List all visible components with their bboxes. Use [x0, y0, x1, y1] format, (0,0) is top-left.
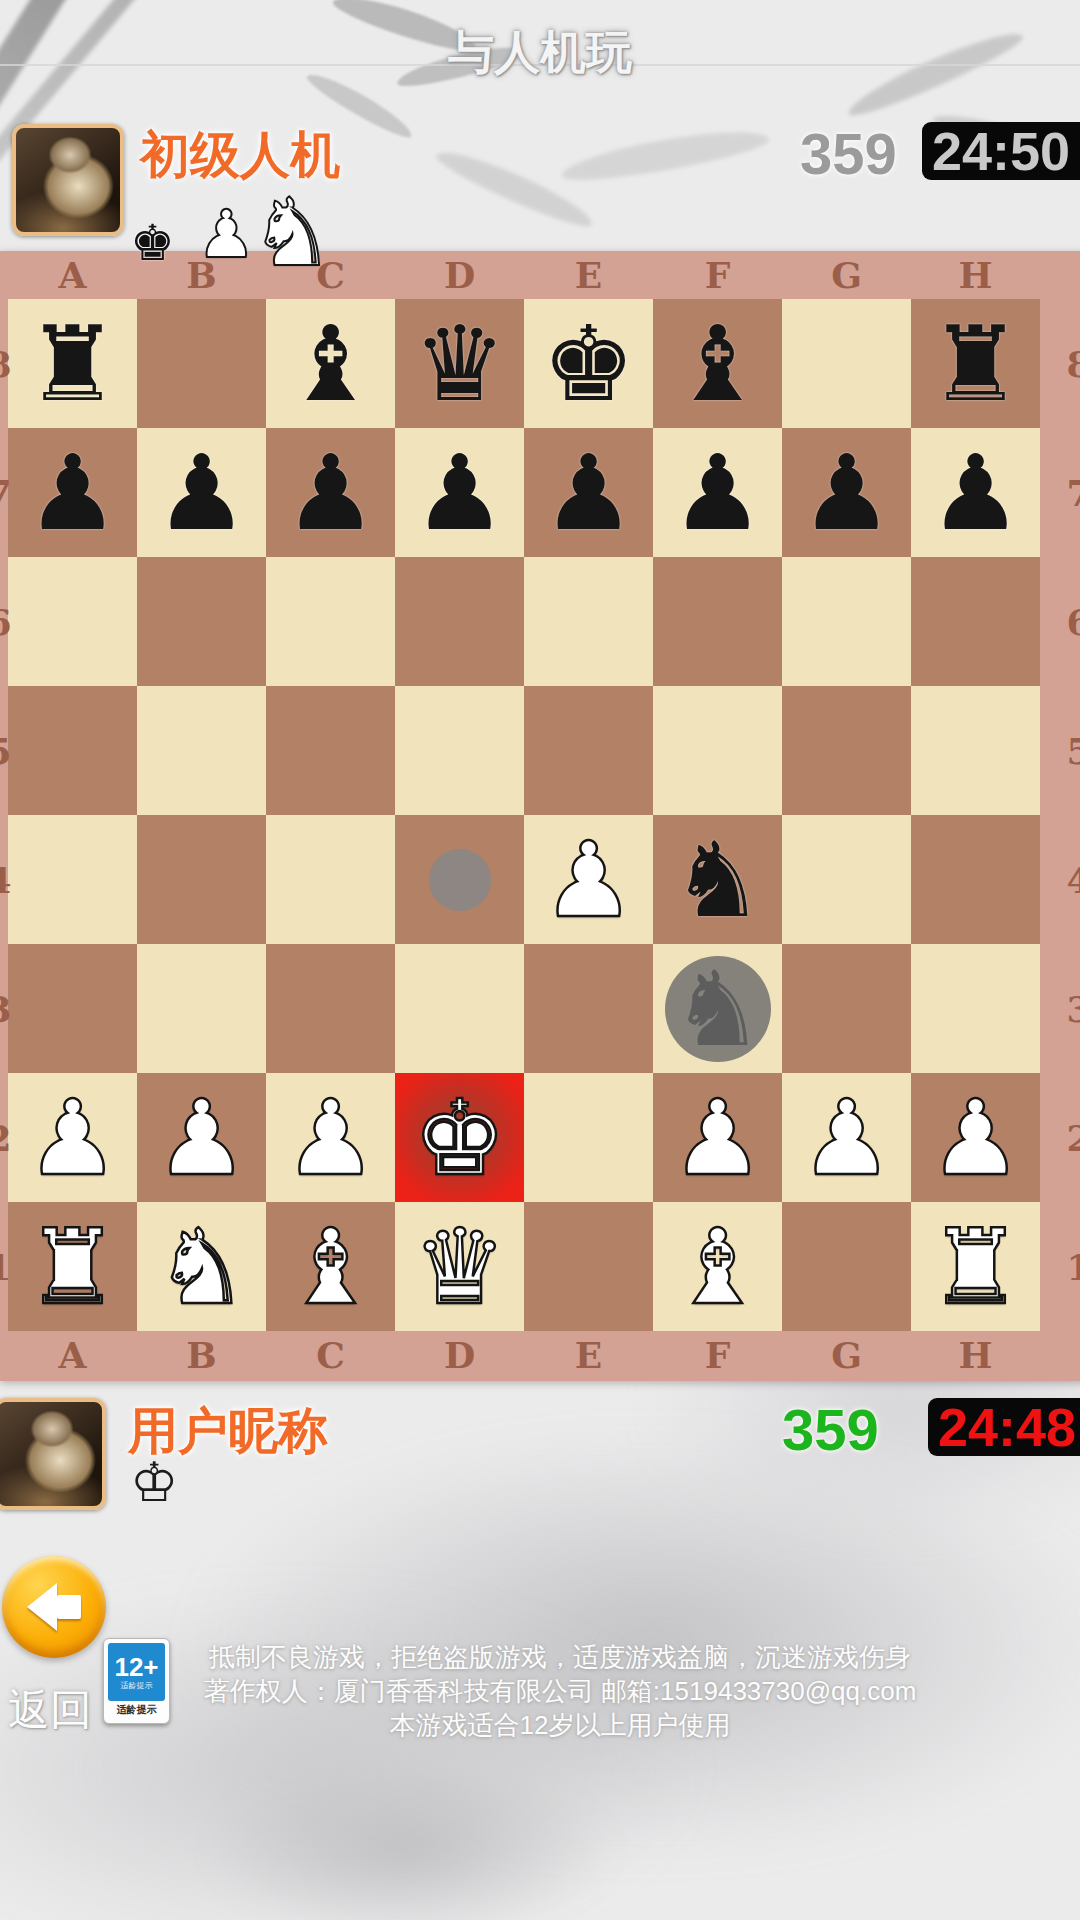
back-button[interactable] [2, 1556, 106, 1658]
square-a7[interactable]: ♟ [8, 428, 137, 557]
square-f7[interactable]: ♟ [653, 428, 782, 557]
black-pawn-piece: ♟ [542, 441, 635, 545]
square-a8[interactable]: ♜ [8, 299, 137, 428]
user-clock: 24:48 [928, 1398, 1080, 1456]
white-knight-piece: ♞ [155, 1215, 248, 1319]
square-b4[interactable] [137, 815, 266, 944]
square-c2[interactable]: ♟ [266, 1073, 395, 1202]
file-label-a: A [8, 1333, 137, 1377]
square-f3[interactable]: ♞ [653, 944, 782, 1073]
white-queen-piece: ♛ [413, 1215, 506, 1319]
rank-label-1: 1 [0, 1202, 14, 1331]
bamboo-leaf-decoration [559, 122, 771, 188]
square-e8[interactable]: ♚ [524, 299, 653, 428]
square-b1[interactable]: ♞ [137, 1202, 266, 1331]
white-pawn-piece: ♟ [929, 1086, 1022, 1190]
square-b2[interactable]: ♟ [137, 1073, 266, 1202]
square-g6[interactable] [782, 557, 911, 686]
black-bishop-piece: ♝ [671, 312, 764, 416]
opponent-score: 359 [800, 120, 897, 187]
white-pawn-piece: ♟ [800, 1086, 893, 1190]
chess-board: ABCDEFGH ♜♝♛♚♝♜♟♟♟♟♟♟♟♟♟♞♞♟♟♟♚♟♟♟♜♞♝♛♝♜ … [0, 251, 1080, 1381]
rank-label-3: 3 [1064, 944, 1080, 1073]
move-origin-dot [429, 849, 491, 911]
footer-disclaimer: 抵制不良游戏，拒绝盗版游戏，适度游戏益脑，沉迷游戏伤身 著作权人：厦门香香科技有… [40, 1640, 1080, 1742]
rank-labels-left: 87654321 [0, 299, 14, 1331]
file-label-a: A [8, 253, 137, 297]
white-pawn-piece: ♟ [26, 1086, 119, 1190]
square-c6[interactable] [266, 557, 395, 686]
white-rook-piece: ♜ [26, 1215, 119, 1319]
square-f8[interactable]: ♝ [653, 299, 782, 428]
square-g3[interactable] [782, 944, 911, 1073]
black-pawn-piece: ♟ [671, 441, 764, 545]
user-avatar [0, 1398, 106, 1510]
square-h6[interactable] [911, 557, 1040, 686]
age-rating-badge: 12+ 适龄提示 适龄提示 [103, 1638, 170, 1724]
file-labels-bottom: ABCDEFGH [8, 1333, 1040, 1377]
rank-label-1: 1 [1064, 1202, 1080, 1331]
square-d3[interactable] [395, 944, 524, 1073]
black-pawn-piece: ♟ [26, 441, 119, 545]
square-h5[interactable] [911, 686, 1040, 815]
rank-label-4: 4 [0, 815, 14, 944]
footer-line: 抵制不良游戏，拒绝盗版游戏，适度游戏益脑，沉迷游戏伤身 [40, 1640, 1080, 1674]
black-queen-piece: ♛ [413, 312, 506, 416]
square-h1[interactable]: ♜ [911, 1202, 1040, 1331]
white-pawn-piece: ♟ [284, 1086, 377, 1190]
square-g7[interactable]: ♟ [782, 428, 911, 557]
square-b7[interactable]: ♟ [137, 428, 266, 557]
rank-label-5: 5 [1064, 686, 1080, 815]
square-h8[interactable]: ♜ [911, 299, 1040, 428]
square-a1[interactable]: ♜ [8, 1202, 137, 1331]
bamboo-leaf-decoration [432, 142, 598, 235]
square-c3[interactable] [266, 944, 395, 1073]
square-a6[interactable] [8, 557, 137, 686]
captured-white-pawn-icon: ♟ [197, 202, 256, 268]
back-arrow-icon [27, 1583, 81, 1631]
square-c8[interactable]: ♝ [266, 299, 395, 428]
age-rating-icon: 12+ 适龄提示 [108, 1643, 165, 1701]
square-c7[interactable]: ♟ [266, 428, 395, 557]
black-king-side-icon: ♚ [130, 218, 175, 268]
square-e1[interactable] [524, 1202, 653, 1331]
rank-label-8: 8 [0, 299, 14, 428]
rank-label-6: 6 [0, 557, 14, 686]
white-king-piece: ♚ [413, 1086, 506, 1190]
square-a5[interactable] [8, 686, 137, 815]
bamboo-wash-decoration [200, 1760, 620, 1920]
black-rook-piece: ♜ [929, 312, 1022, 416]
file-label-d: D [395, 253, 524, 297]
square-d5[interactable] [395, 686, 524, 815]
square-a4[interactable] [8, 815, 137, 944]
square-a2[interactable]: ♟ [8, 1073, 137, 1202]
square-g2[interactable]: ♟ [782, 1073, 911, 1202]
black-pawn-piece: ♟ [155, 441, 248, 545]
black-rook-piece: ♜ [26, 312, 119, 416]
black-king-piece: ♚ [542, 312, 635, 416]
file-label-e: E [524, 253, 653, 297]
square-h4[interactable] [911, 815, 1040, 944]
white-king-side-icon: ♔ [130, 1456, 178, 1510]
white-pawn-piece: ♟ [542, 828, 635, 932]
square-h7[interactable]: ♟ [911, 428, 1040, 557]
back-button-label: 返回 [8, 1682, 92, 1738]
square-g8[interactable] [782, 299, 911, 428]
rank-label-7: 7 [0, 428, 14, 557]
square-c4[interactable] [266, 815, 395, 944]
opponent-avatar [12, 124, 124, 236]
black-knight-piece: ♞ [671, 828, 764, 932]
white-rook-piece: ♜ [929, 1215, 1022, 1319]
square-g5[interactable] [782, 686, 911, 815]
square-d7[interactable]: ♟ [395, 428, 524, 557]
footer-line: 本游戏适合12岁以上用户使用 [40, 1708, 1080, 1742]
square-f6[interactable] [653, 557, 782, 686]
white-bishop-piece: ♝ [284, 1215, 377, 1319]
footer-line: 著作权人：厦门香香科技有限公司 邮箱:1519433730@qq.com [40, 1674, 1080, 1708]
black-pawn-piece: ♟ [413, 441, 506, 545]
square-c1[interactable]: ♝ [266, 1202, 395, 1331]
captured-white-knight-icon: ♞ [250, 186, 334, 280]
square-e4[interactable]: ♟ [524, 815, 653, 944]
square-f4[interactable]: ♞ [653, 815, 782, 944]
square-b5[interactable] [137, 686, 266, 815]
page-title: 与人机玩 [0, 22, 1080, 84]
rank-labels-right: 87654321 [1064, 299, 1080, 1331]
square-e5[interactable] [524, 686, 653, 815]
file-label-h: H [911, 253, 1040, 297]
white-pawn-piece: ♟ [155, 1086, 248, 1190]
rank-label-4: 4 [1064, 815, 1080, 944]
file-label-f: F [653, 253, 782, 297]
black-pawn-piece: ♟ [800, 441, 893, 545]
rank-label-6: 6 [1064, 557, 1080, 686]
black-bishop-piece: ♝ [284, 312, 377, 416]
rank-label-2: 2 [0, 1073, 14, 1202]
opponent-captured-row: ♚ ♟♞ [130, 186, 334, 268]
rank-label-5: 5 [0, 686, 14, 815]
square-h3[interactable] [911, 944, 1040, 1073]
square-d6[interactable] [395, 557, 524, 686]
square-f5[interactable] [653, 686, 782, 815]
square-b8[interactable] [137, 299, 266, 428]
square-a3[interactable] [8, 944, 137, 1073]
square-e2[interactable] [524, 1073, 653, 1202]
file-label-g: G [782, 1333, 911, 1377]
white-bishop-piece: ♝ [671, 1215, 764, 1319]
square-c5[interactable] [266, 686, 395, 815]
moving-piece-overlay [665, 956, 771, 1062]
square-e7[interactable]: ♟ [524, 428, 653, 557]
file-label-e: E [524, 1333, 653, 1377]
black-pawn-piece: ♟ [929, 441, 1022, 545]
square-d4[interactable] [395, 815, 524, 944]
square-g1[interactable] [782, 1202, 911, 1331]
rank-label-7: 7 [1064, 428, 1080, 557]
square-d2[interactable]: ♚ [395, 1073, 524, 1202]
white-pawn-piece: ♟ [671, 1086, 764, 1190]
file-label-c: C [266, 1333, 395, 1377]
file-label-d: D [395, 1333, 524, 1377]
file-label-h: H [911, 1333, 1040, 1377]
square-e3[interactable] [524, 944, 653, 1073]
square-e6[interactable] [524, 557, 653, 686]
file-label-f: F [653, 1333, 782, 1377]
square-b6[interactable] [137, 557, 266, 686]
square-f2[interactable]: ♟ [653, 1073, 782, 1202]
file-label-g: G [782, 253, 911, 297]
square-f1[interactable]: ♝ [653, 1202, 782, 1331]
black-pawn-piece: ♟ [284, 441, 377, 545]
file-label-b: B [137, 1333, 266, 1377]
square-d1[interactable]: ♛ [395, 1202, 524, 1331]
age-rating-value: 12+ [114, 1653, 158, 1681]
square-h2[interactable]: ♟ [911, 1073, 1040, 1202]
rank-label-8: 8 [1064, 299, 1080, 428]
square-b3[interactable] [137, 944, 266, 1073]
opponent-clock: 24:50 [922, 122, 1080, 180]
square-g4[interactable] [782, 815, 911, 944]
square-d8[interactable]: ♛ [395, 299, 524, 428]
user-score: 359 [782, 1396, 879, 1463]
rank-label-3: 3 [0, 944, 14, 1073]
rank-label-2: 2 [1064, 1073, 1080, 1202]
